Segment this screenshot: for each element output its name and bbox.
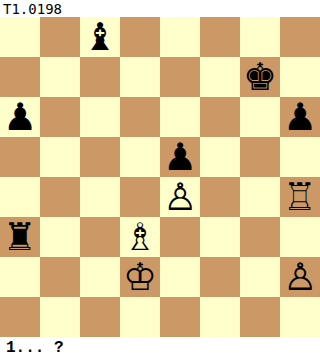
black-pawn-e5[interactable]: ♟ [163,137,197,177]
square-c3[interactable] [80,217,120,257]
square-f6[interactable] [200,97,240,137]
square-e1[interactable] [160,297,200,337]
square-d5[interactable] [120,137,160,177]
square-d6[interactable] [120,97,160,137]
square-e3[interactable] [160,217,200,257]
square-e6[interactable] [160,97,200,137]
square-b6[interactable] [40,97,80,137]
square-g4[interactable] [240,177,280,217]
square-a6[interactable]: ♟ [0,97,40,137]
black-bishop-c8[interactable]: ♝ [83,17,117,57]
square-d3[interactable]: ♗ [120,217,160,257]
square-c1[interactable] [80,297,120,337]
square-d8[interactable] [120,17,160,57]
square-b1[interactable] [40,297,80,337]
square-f1[interactable] [200,297,240,337]
square-e8[interactable] [160,17,200,57]
square-b8[interactable] [40,17,80,57]
square-a7[interactable] [0,57,40,97]
square-a8[interactable] [0,17,40,57]
white-pawn-e4[interactable]: ♙ [163,177,197,217]
square-c7[interactable] [80,57,120,97]
square-f5[interactable] [200,137,240,177]
white-bishop-d3[interactable]: ♗ [123,217,157,257]
square-d4[interactable] [120,177,160,217]
square-d7[interactable] [120,57,160,97]
square-h4[interactable]: ♖ [280,177,320,217]
square-b7[interactable] [40,57,80,97]
square-g8[interactable] [240,17,280,57]
black-pawn-a6[interactable]: ♟ [3,97,37,137]
square-a5[interactable] [0,137,40,177]
square-e7[interactable] [160,57,200,97]
square-b2[interactable] [40,257,80,297]
square-c6[interactable] [80,97,120,137]
square-g5[interactable] [240,137,280,177]
black-rook-a3[interactable]: ♜ [3,217,37,257]
move-prompt: 1... ? [6,339,64,357]
black-pawn-h6[interactable]: ♟ [283,97,317,137]
square-b5[interactable] [40,137,80,177]
square-f7[interactable] [200,57,240,97]
square-c8[interactable]: ♝ [80,17,120,57]
square-f8[interactable] [200,17,240,57]
square-c5[interactable] [80,137,120,177]
square-h8[interactable] [280,17,320,57]
square-h2[interactable]: ♙ [280,257,320,297]
square-f4[interactable] [200,177,240,217]
square-e5[interactable]: ♟ [160,137,200,177]
square-a1[interactable] [0,297,40,337]
square-g1[interactable] [240,297,280,337]
square-h3[interactable] [280,217,320,257]
square-a3[interactable]: ♜ [0,217,40,257]
square-e4[interactable]: ♙ [160,177,200,217]
black-king-g7[interactable]: ♚ [243,57,277,97]
square-a2[interactable] [0,257,40,297]
square-h7[interactable] [280,57,320,97]
square-b3[interactable] [40,217,80,257]
square-a4[interactable] [0,177,40,217]
white-rook-h4[interactable]: ♖ [283,177,317,217]
square-g6[interactable] [240,97,280,137]
square-d1[interactable] [120,297,160,337]
white-king-d2[interactable]: ♔ [123,257,157,297]
square-h5[interactable] [280,137,320,177]
square-h6[interactable]: ♟ [280,97,320,137]
square-g2[interactable] [240,257,280,297]
square-d2[interactable]: ♔ [120,257,160,297]
chess-board: ♝♚♟♟♟♙♖♜♗♔♙ [0,17,320,337]
square-g7[interactable]: ♚ [240,57,280,97]
square-c4[interactable] [80,177,120,217]
square-e2[interactable] [160,257,200,297]
square-g3[interactable] [240,217,280,257]
puzzle-title: T1.0198 [3,1,62,17]
square-h1[interactable] [280,297,320,337]
square-f2[interactable] [200,257,240,297]
square-f3[interactable] [200,217,240,257]
white-pawn-h2[interactable]: ♙ [283,257,317,297]
square-b4[interactable] [40,177,80,217]
square-c2[interactable] [80,257,120,297]
